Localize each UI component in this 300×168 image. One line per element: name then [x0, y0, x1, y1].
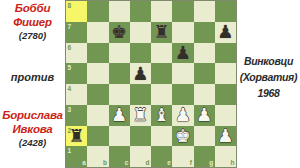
square-c5[interactable] — [109, 63, 130, 84]
square-e6[interactable] — [151, 43, 172, 64]
square-a3[interactable]: 3 — [66, 105, 87, 126]
rank-label-1: 1 — [68, 147, 72, 154]
white-player-last-name: Фишер — [0, 16, 65, 30]
square-e3[interactable]: ♝ — [151, 105, 172, 126]
square-e8[interactable] — [151, 1, 172, 22]
square-g6[interactable] — [194, 43, 215, 64]
rank-label-6: 6 — [68, 44, 72, 51]
file-label-d: d — [146, 159, 150, 166]
square-b4[interactable] — [87, 84, 108, 105]
square-c1[interactable]: c — [109, 146, 130, 167]
square-g8[interactable] — [194, 1, 215, 22]
file-label-e: e — [167, 159, 171, 166]
rank-label-8: 8 — [68, 2, 72, 9]
square-d3[interactable]: ♜ — [130, 105, 151, 126]
square-g7[interactable] — [194, 22, 215, 43]
square-h2[interactable]: ♟ — [215, 126, 236, 147]
square-e1[interactable]: e — [151, 146, 172, 167]
black-pawn[interactable]: ♟ — [175, 43, 191, 61]
black-pawn[interactable]: ♟ — [132, 64, 148, 82]
square-f3[interactable]: ♟ — [172, 105, 193, 126]
square-d5[interactable]: ♟ — [130, 63, 151, 84]
white-bishop[interactable]: ♝ — [154, 106, 170, 124]
square-c4[interactable] — [109, 84, 130, 105]
square-a2[interactable]: 2♜ — [66, 126, 87, 147]
black-pawn[interactable]: ♟ — [217, 23, 233, 41]
square-d1[interactable]: d — [130, 146, 151, 167]
square-e7[interactable]: ♜ — [151, 22, 172, 43]
square-b3[interactable] — [87, 105, 108, 126]
black-player-rating: (2428) — [0, 137, 65, 149]
square-d4[interactable] — [130, 84, 151, 105]
square-e2[interactable] — [151, 126, 172, 147]
white-pawn[interactable]: ♟ — [175, 106, 191, 124]
square-c2[interactable] — [109, 126, 130, 147]
file-label-a: a — [82, 159, 86, 166]
white-pawn[interactable]: ♟ — [217, 126, 233, 144]
rank-label-5: 5 — [68, 64, 72, 71]
square-h4[interactable] — [215, 84, 236, 105]
square-g2[interactable] — [194, 126, 215, 147]
square-c8[interactable] — [109, 1, 130, 22]
left-text-column: Бобби Фишер (2780) против Борислава Ивко… — [0, 0, 65, 168]
square-f8[interactable] — [172, 1, 193, 22]
file-label-f: f — [190, 159, 192, 166]
file-label-c: c — [125, 159, 129, 166]
rank-label-7: 7 — [68, 23, 72, 30]
square-g1[interactable]: g — [194, 146, 215, 167]
square-a4[interactable]: 4 — [66, 84, 87, 105]
square-b1[interactable]: b — [87, 146, 108, 167]
event-info: Винковци (Хорватия) 1968 — [237, 53, 300, 101]
square-b5[interactable] — [87, 63, 108, 84]
event-city: Винковци — [237, 53, 300, 69]
black-player-last-name: Ивкова — [0, 123, 65, 137]
event-year: 1968 — [237, 85, 300, 101]
white-pawn[interactable]: ♟ — [196, 106, 212, 124]
square-a7[interactable]: 7 — [66, 22, 87, 43]
black-player-info: Борислава Ивкова (2428) — [0, 109, 65, 149]
square-a1[interactable]: 1a — [66, 146, 87, 167]
white-player-rating: (2780) — [0, 30, 65, 42]
square-g5[interactable] — [194, 63, 215, 84]
black-rook[interactable]: ♜ — [69, 126, 85, 144]
square-h8[interactable] — [215, 1, 236, 22]
square-g4[interactable] — [194, 84, 215, 105]
square-d8[interactable] — [130, 1, 151, 22]
square-b8[interactable] — [87, 1, 108, 22]
square-f4[interactable] — [172, 84, 193, 105]
square-d6[interactable] — [130, 43, 151, 64]
white-rook[interactable]: ♜ — [132, 106, 148, 124]
event-country: (Хорватия) — [237, 69, 300, 85]
file-label-b: b — [103, 159, 107, 166]
square-b6[interactable] — [87, 43, 108, 64]
square-g3[interactable]: ♟ — [194, 105, 215, 126]
white-king[interactable]: ♚ — [175, 126, 191, 144]
square-d2[interactable] — [130, 126, 151, 147]
square-c7[interactable]: ♚ — [109, 22, 130, 43]
square-f5[interactable] — [172, 63, 193, 84]
white-player-first-name: Бобби — [0, 2, 65, 16]
square-f6[interactable]: ♟ — [172, 43, 193, 64]
rank-label-4: 4 — [68, 85, 72, 92]
square-f2[interactable]: ♚ — [172, 126, 193, 147]
square-a5[interactable]: 5 — [66, 63, 87, 84]
square-h7[interactable]: ♟ — [215, 22, 236, 43]
square-h3[interactable] — [215, 105, 236, 126]
black-player-first-name: Борислава — [0, 109, 65, 123]
square-a6[interactable]: 6 — [66, 43, 87, 64]
chess-board[interactable]: 87♚♜♟6♟5♟43♟♜♝♟♟2♜♚♟1abcdefgh — [65, 0, 237, 168]
file-label-g: g — [209, 159, 213, 166]
square-h1[interactable]: h — [215, 146, 236, 167]
file-label-h: h — [231, 159, 235, 166]
rank-label-3: 3 — [68, 106, 72, 113]
square-e5[interactable] — [151, 63, 172, 84]
square-f7[interactable] — [172, 22, 193, 43]
square-b2[interactable] — [87, 126, 108, 147]
square-f1[interactable]: f — [172, 146, 193, 167]
versus-label: против — [0, 71, 65, 83]
square-h6[interactable] — [215, 43, 236, 64]
square-c3[interactable]: ♟ — [109, 105, 130, 126]
square-c6[interactable] — [109, 43, 130, 64]
square-d7[interactable] — [130, 22, 151, 43]
white-pawn[interactable]: ♟ — [111, 106, 127, 124]
right-text-column: Винковци (Хорватия) 1968 — [237, 0, 300, 168]
square-h5[interactable] — [215, 63, 236, 84]
white-player-info: Бобби Фишер (2780) — [0, 2, 65, 42]
black-rook[interactable]: ♜ — [154, 23, 170, 41]
black-king[interactable]: ♚ — [111, 23, 127, 41]
square-b7[interactable] — [87, 22, 108, 43]
square-e4[interactable] — [151, 84, 172, 105]
square-a8[interactable]: 8 — [66, 1, 87, 22]
